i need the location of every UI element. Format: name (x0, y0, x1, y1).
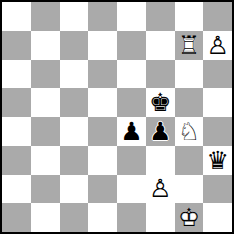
square-e4[interactable]: ♟ (117, 117, 146, 146)
square-b3[interactable] (31, 146, 60, 175)
square-a2[interactable] (2, 175, 31, 204)
square-e7[interactable] (117, 31, 146, 60)
square-h3[interactable]: ♛ (203, 146, 232, 175)
square-a8[interactable] (2, 2, 31, 31)
square-g7[interactable]: ♜♖ (175, 31, 204, 60)
square-e8[interactable] (117, 2, 146, 31)
square-f1[interactable] (146, 203, 175, 232)
square-g8[interactable] (175, 2, 204, 31)
square-h2[interactable] (203, 175, 232, 204)
piece-black-pawn: ♟ (117, 117, 146, 146)
square-g2[interactable] (175, 175, 204, 204)
white-pawn-icon: ♙ (206, 33, 228, 58)
square-b2[interactable] (31, 175, 60, 204)
chess-board: ♜♖♟♙♚♟♟♞♘♛♟♙♚♔ (0, 0, 234, 234)
square-a4[interactable] (2, 117, 31, 146)
black-pawn-icon: ♟ (120, 119, 142, 144)
piece-white-rook: ♜♖ (175, 31, 204, 60)
square-d6[interactable] (88, 60, 117, 89)
square-d5[interactable] (88, 88, 117, 117)
black-king-icon: ♚ (149, 90, 171, 115)
square-f4[interactable]: ♟ (146, 117, 175, 146)
square-c4[interactable] (60, 117, 89, 146)
square-c8[interactable] (60, 2, 89, 31)
square-d2[interactable] (88, 175, 117, 204)
square-g5[interactable] (175, 88, 204, 117)
piece-black-pawn: ♟ (146, 117, 175, 146)
square-a7[interactable] (2, 31, 31, 60)
square-e5[interactable] (117, 88, 146, 117)
square-f7[interactable] (146, 31, 175, 60)
square-b7[interactable] (31, 31, 60, 60)
piece-white-pawn: ♟♙ (203, 31, 232, 60)
square-b6[interactable] (31, 60, 60, 89)
square-a6[interactable] (2, 60, 31, 89)
piece-white-king: ♚♔ (175, 203, 204, 232)
white-knight-icon: ♘ (178, 119, 200, 144)
piece-black-king: ♚ (146, 88, 175, 117)
square-b8[interactable] (31, 2, 60, 31)
square-g1[interactable]: ♚♔ (175, 203, 204, 232)
square-g4[interactable]: ♞♘ (175, 117, 204, 146)
piece-white-knight: ♞♘ (175, 117, 204, 146)
white-pawn-icon: ♙ (149, 176, 171, 201)
black-pawn-icon: ♟ (149, 119, 171, 144)
square-c1[interactable] (60, 203, 89, 232)
square-e6[interactable] (117, 60, 146, 89)
square-b1[interactable] (31, 203, 60, 232)
square-f8[interactable] (146, 2, 175, 31)
square-a3[interactable] (2, 146, 31, 175)
piece-white-pawn: ♟♙ (146, 175, 175, 204)
square-f5[interactable]: ♚ (146, 88, 175, 117)
square-h4[interactable] (203, 117, 232, 146)
square-e2[interactable] (117, 175, 146, 204)
square-h5[interactable] (203, 88, 232, 117)
square-g3[interactable] (175, 146, 204, 175)
square-d8[interactable] (88, 2, 117, 31)
white-rook-icon: ♖ (178, 33, 200, 58)
square-h8[interactable] (203, 2, 232, 31)
chess-diagram: ♜♖♟♙♚♟♟♞♘♛♟♙♚♔ (0, 0, 234, 234)
square-f6[interactable] (146, 60, 175, 89)
square-e3[interactable] (117, 146, 146, 175)
square-d1[interactable] (88, 203, 117, 232)
square-f3[interactable] (146, 146, 175, 175)
square-d3[interactable] (88, 146, 117, 175)
square-b4[interactable] (31, 117, 60, 146)
square-c5[interactable] (60, 88, 89, 117)
square-d7[interactable] (88, 31, 117, 60)
square-g6[interactable] (175, 60, 204, 89)
square-d4[interactable] (88, 117, 117, 146)
black-queen-icon: ♛ (206, 148, 228, 173)
square-c2[interactable] (60, 175, 89, 204)
square-h7[interactable]: ♟♙ (203, 31, 232, 60)
square-a1[interactable] (2, 203, 31, 232)
square-c3[interactable] (60, 146, 89, 175)
piece-black-queen: ♛ (203, 146, 232, 175)
white-king-icon: ♔ (178, 205, 200, 230)
square-e1[interactable] (117, 203, 146, 232)
square-c6[interactable] (60, 60, 89, 89)
square-c7[interactable] (60, 31, 89, 60)
square-a5[interactable] (2, 88, 31, 117)
square-f2[interactable]: ♟♙ (146, 175, 175, 204)
square-h6[interactable] (203, 60, 232, 89)
square-b5[interactable] (31, 88, 60, 117)
square-h1[interactable] (203, 203, 232, 232)
